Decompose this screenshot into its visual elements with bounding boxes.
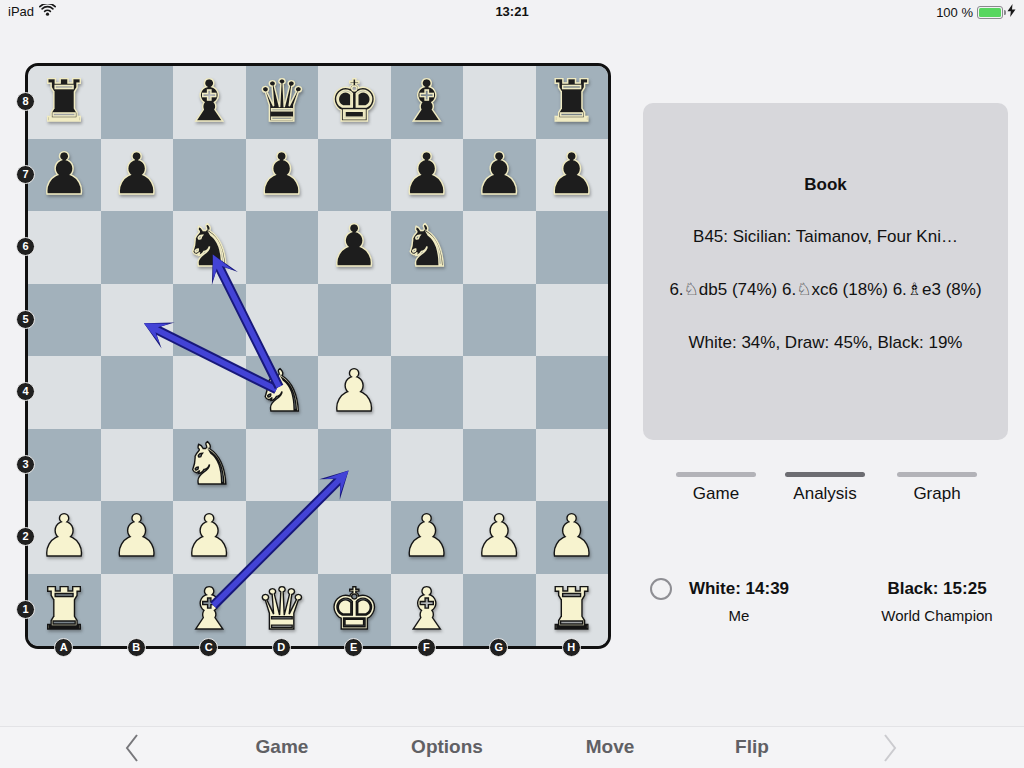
square-h7[interactable]: ♟ <box>536 139 609 212</box>
piece-white-queen: ♛ <box>246 574 319 647</box>
square-b2[interactable]: ♟ <box>101 501 174 574</box>
piece-black-pawn: ♟ <box>391 139 464 212</box>
square-c7[interactable] <box>173 139 246 212</box>
square-d1[interactable]: ♛ <box>246 574 319 647</box>
square-e6[interactable]: ♟ <box>318 211 391 284</box>
piece-black-queen: ♛ <box>246 66 319 139</box>
file-label-e: E <box>344 638 363 657</box>
piece-black-pawn: ♟ <box>246 139 319 212</box>
toolbar-options-button[interactable]: Options <box>382 736 512 758</box>
square-b4[interactable] <box>101 356 174 429</box>
piece-black-pawn: ♟ <box>101 139 174 212</box>
square-h1[interactable]: ♜ <box>536 574 609 647</box>
tab-game[interactable]: Game <box>656 472 776 504</box>
rank-label-7: 7 <box>16 165 35 184</box>
black-player-name: World Champion <box>857 607 1017 624</box>
square-a8[interactable]: ♜ <box>28 66 101 139</box>
square-e4[interactable]: ♟ <box>318 356 391 429</box>
square-e7[interactable] <box>318 139 391 212</box>
square-c6[interactable]: ♞ <box>173 211 246 284</box>
square-b8[interactable] <box>101 66 174 139</box>
square-b1[interactable] <box>101 574 174 647</box>
square-b3[interactable] <box>101 429 174 502</box>
square-e8[interactable]: ♚ <box>318 66 391 139</box>
square-c5[interactable] <box>173 284 246 357</box>
board-grid: ♜♝♛♚♝♜♟♟♟♟♟♟♞♟♞♞♟♞♟♟♟♟♟♟♜♝♛♚♝♜ <box>28 66 608 646</box>
square-f4[interactable] <box>391 356 464 429</box>
chess-board: ♜♝♛♚♝♜♟♟♟♟♟♟♞♟♞♞♟♞♟♟♟♟♟♟♜♝♛♚♝♜ 87654321A… <box>25 63 611 649</box>
square-b7[interactable]: ♟ <box>101 139 174 212</box>
tab-graph[interactable]: Graph <box>877 472 997 504</box>
piece-white-pawn: ♟ <box>391 501 464 574</box>
rank-label-5: 5 <box>16 310 35 329</box>
piece-black-pawn: ♟ <box>28 139 101 212</box>
square-g3[interactable] <box>463 429 536 502</box>
tab-analysis[interactable]: Analysis <box>765 472 885 504</box>
file-label-d: D <box>272 638 291 657</box>
square-a7[interactable]: ♟ <box>28 139 101 212</box>
file-label-a: A <box>54 638 73 657</box>
square-f1[interactable]: ♝ <box>391 574 464 647</box>
toolbar-flip-button[interactable]: Flip <box>687 736 817 758</box>
piece-white-king: ♚ <box>318 574 391 647</box>
tab-game-label: Game <box>656 484 776 504</box>
piece-black-pawn: ♟ <box>463 139 536 212</box>
square-c2[interactable]: ♟ <box>173 501 246 574</box>
piece-black-rook: ♜ <box>28 66 101 139</box>
opening-name: B45: Sicilian: Taimanov, Four Kni… <box>643 227 1008 247</box>
square-e5[interactable] <box>318 284 391 357</box>
piece-white-knight: ♞ <box>173 429 246 502</box>
piece-white-pawn: ♟ <box>173 501 246 574</box>
black-clock: Black: 15:25 <box>857 579 1017 599</box>
square-d4[interactable]: ♞ <box>246 356 319 429</box>
piece-black-bishop: ♝ <box>391 66 464 139</box>
square-h2[interactable]: ♟ <box>536 501 609 574</box>
square-g2[interactable]: ♟ <box>463 501 536 574</box>
file-label-f: F <box>417 638 436 657</box>
piece-black-pawn: ♟ <box>318 211 391 284</box>
square-a6[interactable] <box>28 211 101 284</box>
square-a2[interactable]: ♟ <box>28 501 101 574</box>
piece-white-pawn: ♟ <box>318 356 391 429</box>
bottom-toolbar: Game Options Move Flip <box>0 726 1024 768</box>
toolbar-move-button[interactable]: Move <box>545 736 675 758</box>
square-d3[interactable] <box>246 429 319 502</box>
piece-white-knight: ♞ <box>246 356 319 429</box>
tab-graph-indicator <box>897 472 977 477</box>
piece-black-knight: ♞ <box>391 211 464 284</box>
square-h5[interactable] <box>536 284 609 357</box>
square-f2[interactable]: ♟ <box>391 501 464 574</box>
book-panel: Book B45: Sicilian: Taimanov, Four Kni… … <box>643 103 1008 440</box>
square-e1[interactable]: ♚ <box>318 574 391 647</box>
square-g6[interactable] <box>463 211 536 284</box>
white-clock: White: 14:39 <box>659 579 819 599</box>
square-e3[interactable] <box>318 429 391 502</box>
piece-white-pawn: ♟ <box>101 501 174 574</box>
piece-white-pawn: ♟ <box>536 501 609 574</box>
square-d5[interactable] <box>246 284 319 357</box>
clock-time: 13:21 <box>0 4 1024 19</box>
board-frame: ♜♝♛♚♝♜♟♟♟♟♟♟♞♟♞♞♟♞♟♟♟♟♟♟♜♝♛♚♝♜ <box>25 63 611 649</box>
tab-game-indicator <box>676 472 756 477</box>
square-h4[interactable] <box>536 356 609 429</box>
square-d8[interactable]: ♛ <box>246 66 319 139</box>
square-e2[interactable] <box>318 501 391 574</box>
tab-analysis-label: Analysis <box>765 484 885 504</box>
square-f5[interactable] <box>391 284 464 357</box>
battery-percent: 100 % <box>936 5 973 20</box>
status-bar: iPad 13:21 100 % <box>0 0 1024 24</box>
book-stats: White: 34%, Draw: 45%, Black: 19% <box>643 333 1008 353</box>
charging-bolt-icon <box>1007 4 1016 20</box>
white-player-name: Me <box>659 607 819 624</box>
piece-black-rook: ♜ <box>536 66 609 139</box>
square-g4[interactable] <box>463 356 536 429</box>
square-a1[interactable]: ♜ <box>28 574 101 647</box>
square-a3[interactable] <box>28 429 101 502</box>
square-a4[interactable] <box>28 356 101 429</box>
file-label-h: H <box>562 638 581 657</box>
square-d6[interactable] <box>246 211 319 284</box>
square-b5[interactable] <box>101 284 174 357</box>
battery-icon <box>977 6 1003 19</box>
tab-analysis-indicator <box>785 472 865 477</box>
book-moves: 6.♘db5 (74%) 6.♘xc6 (18%) 6.♗e3 (8%) <box>643 279 1008 300</box>
piece-black-bishop: ♝ <box>173 66 246 139</box>
file-label-c: C <box>199 638 218 657</box>
square-a5[interactable] <box>28 284 101 357</box>
square-c3[interactable]: ♞ <box>173 429 246 502</box>
forward-move-button[interactable] <box>882 733 898 767</box>
piece-white-bishop: ♝ <box>173 574 246 647</box>
piece-black-pawn: ♟ <box>536 139 609 212</box>
square-g1[interactable] <box>463 574 536 647</box>
square-g7[interactable]: ♟ <box>463 139 536 212</box>
square-c8[interactable]: ♝ <box>173 66 246 139</box>
square-c1[interactable]: ♝ <box>173 574 246 647</box>
square-h6[interactable] <box>536 211 609 284</box>
square-g5[interactable] <box>463 284 536 357</box>
rank-label-3: 3 <box>16 455 35 474</box>
back-move-button[interactable] <box>124 733 140 767</box>
square-d7[interactable]: ♟ <box>246 139 319 212</box>
piece-black-king: ♚ <box>318 66 391 139</box>
square-f6[interactable]: ♞ <box>391 211 464 284</box>
piece-white-rook: ♜ <box>28 574 101 647</box>
square-g8[interactable] <box>463 66 536 139</box>
tab-graph-label: Graph <box>877 484 997 504</box>
piece-white-pawn: ♟ <box>28 501 101 574</box>
file-label-g: G <box>489 638 508 657</box>
square-h3[interactable] <box>536 429 609 502</box>
square-c4[interactable] <box>173 356 246 429</box>
square-h8[interactable]: ♜ <box>536 66 609 139</box>
file-label-b: B <box>127 638 146 657</box>
square-d2[interactable] <box>246 501 319 574</box>
view-tabs: Game Analysis Graph <box>643 472 1008 512</box>
piece-white-bishop: ♝ <box>391 574 464 647</box>
book-title: Book <box>643 175 1008 195</box>
toolbar-game-button[interactable]: Game <box>217 736 347 758</box>
square-b6[interactable] <box>101 211 174 284</box>
rank-label-1: 1 <box>16 600 35 619</box>
piece-white-rook: ♜ <box>536 574 609 647</box>
piece-white-pawn: ♟ <box>463 501 536 574</box>
square-f7[interactable]: ♟ <box>391 139 464 212</box>
piece-black-knight: ♞ <box>173 211 246 284</box>
square-f8[interactable]: ♝ <box>391 66 464 139</box>
square-f3[interactable] <box>391 429 464 502</box>
